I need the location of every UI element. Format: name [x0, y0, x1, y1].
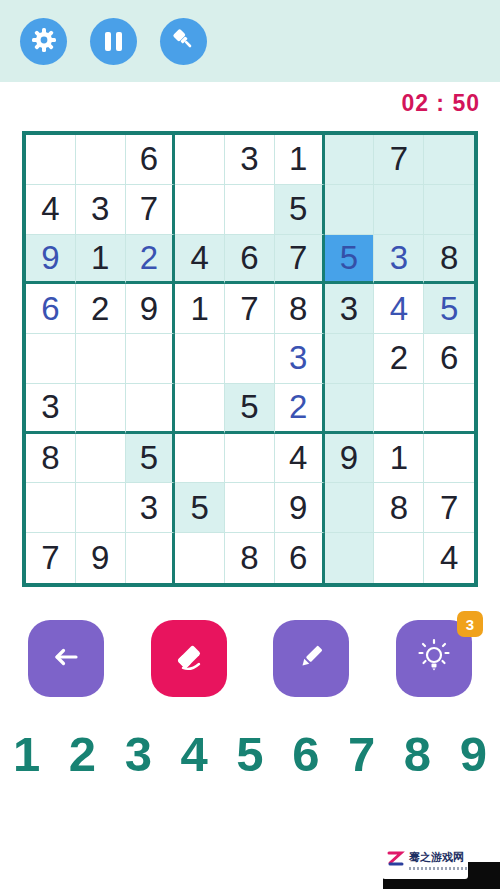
- cell-r3c2[interactable]: 1: [76, 235, 126, 285]
- sudoku-board: 6317437591246753862917834532635285491359…: [22, 131, 478, 587]
- cell-r2c5[interactable]: [225, 185, 275, 235]
- watermark-title: 骞之游戏网: [409, 851, 464, 864]
- hint-button[interactable]: 3: [396, 620, 472, 697]
- numpad-digit-4[interactable]: 4: [180, 725, 207, 784]
- cell-r9c6[interactable]: 6: [275, 533, 325, 583]
- cell-r9c9[interactable]: 4: [424, 533, 474, 583]
- cell-r4c3[interactable]: 9: [126, 284, 176, 334]
- cell-r7c5[interactable]: [225, 434, 275, 484]
- game-timer: 02 : 50: [401, 90, 480, 117]
- cell-r7c8[interactable]: 1: [374, 434, 424, 484]
- numpad-digit-1[interactable]: 1: [13, 725, 40, 784]
- cell-r5c6[interactable]: 3: [275, 334, 325, 384]
- pencil-button[interactable]: [273, 620, 349, 697]
- cell-r1c3[interactable]: 6: [126, 135, 176, 185]
- cell-r2c2[interactable]: 3: [76, 185, 126, 235]
- cell-r5c5[interactable]: [225, 334, 275, 384]
- gear-icon: [30, 26, 58, 57]
- cell-r4c8[interactable]: 4: [374, 284, 424, 334]
- cell-r7c9[interactable]: [424, 434, 474, 484]
- cell-r9c5[interactable]: 8: [225, 533, 275, 583]
- cell-r3c1[interactable]: 9: [26, 235, 76, 285]
- cell-r4c9[interactable]: 5: [424, 284, 474, 334]
- cell-r9c2[interactable]: 9: [76, 533, 126, 583]
- cell-r9c1[interactable]: 7: [26, 533, 76, 583]
- cell-r6c7[interactable]: [325, 384, 375, 434]
- cell-r5c2[interactable]: [76, 334, 126, 384]
- cell-r8c6[interactable]: 9: [275, 483, 325, 533]
- pencil-icon: [294, 640, 328, 677]
- cell-r1c7[interactable]: [325, 135, 375, 185]
- cell-r4c5[interactable]: 7: [225, 284, 275, 334]
- cell-r6c1[interactable]: 3: [26, 384, 76, 434]
- cell-r1c8[interactable]: 7: [374, 135, 424, 185]
- numpad-digit-9[interactable]: 9: [460, 725, 487, 784]
- pause-button[interactable]: [90, 18, 137, 65]
- erase-button[interactable]: [151, 620, 227, 697]
- paintbrush-icon: [170, 26, 197, 56]
- numpad-digit-2[interactable]: 2: [69, 725, 96, 784]
- lightbulb-icon: [415, 638, 453, 679]
- settings-button[interactable]: [20, 18, 67, 65]
- cell-r5c7[interactable]: [325, 334, 375, 384]
- pause-icon: [105, 32, 122, 51]
- cell-r5c1[interactable]: [26, 334, 76, 384]
- eraser-icon: [171, 639, 207, 678]
- cell-r2c1[interactable]: 4: [26, 185, 76, 235]
- cell-r3c8[interactable]: 3: [374, 235, 424, 285]
- cell-r5c4[interactable]: [175, 334, 225, 384]
- cell-r7c7[interactable]: 9: [325, 434, 375, 484]
- cell-r8c8[interactable]: 8: [374, 483, 424, 533]
- cell-r2c3[interactable]: 7: [126, 185, 176, 235]
- cell-r7c1[interactable]: 8: [26, 434, 76, 484]
- cell-r4c6[interactable]: 8: [275, 284, 325, 334]
- cell-r9c8[interactable]: [374, 533, 424, 583]
- cell-r4c2[interactable]: 2: [76, 284, 126, 334]
- cell-r1c4[interactable]: [175, 135, 225, 185]
- cell-r1c9[interactable]: [424, 135, 474, 185]
- cell-r4c7[interactable]: 3: [325, 284, 375, 334]
- cell-r8c1[interactable]: [26, 483, 76, 533]
- cell-r2c6[interactable]: 5: [275, 185, 325, 235]
- cell-r3c3[interactable]: 2: [126, 235, 176, 285]
- action-toolbar: 3: [0, 620, 500, 697]
- numpad-digit-3[interactable]: 3: [125, 725, 152, 784]
- cell-r5c9[interactable]: 6: [424, 334, 474, 384]
- undo-button[interactable]: [28, 620, 104, 697]
- watermark-subtext-line: [409, 867, 467, 870]
- numpad-digit-5[interactable]: 5: [236, 725, 263, 784]
- cell-r4c1[interactable]: 6: [26, 284, 76, 334]
- cell-r3c7[interactable]: 5: [325, 235, 375, 285]
- numpad-digit-7[interactable]: 7: [348, 725, 375, 784]
- cell-r4c4[interactable]: 1: [175, 284, 225, 334]
- watermark-logo-icon: [386, 849, 406, 873]
- cell-r3c6[interactable]: 7: [275, 235, 325, 285]
- numpad-digit-6[interactable]: 6: [292, 725, 319, 784]
- cell-r3c4[interactable]: 4: [175, 235, 225, 285]
- cell-r2c8[interactable]: [374, 185, 424, 235]
- cell-r6c4[interactable]: [175, 384, 225, 434]
- back-arrow-icon: [49, 640, 83, 677]
- cell-r9c7[interactable]: [325, 533, 375, 583]
- cell-r6c5[interactable]: 5: [225, 384, 275, 434]
- cell-r8c9[interactable]: 7: [424, 483, 474, 533]
- cell-r8c5[interactable]: [225, 483, 275, 533]
- cell-r2c7[interactable]: [325, 185, 375, 235]
- watermark-logo: 骞之游戏网: [382, 842, 468, 879]
- cell-r2c4[interactable]: [175, 185, 225, 235]
- cell-r1c2[interactable]: [76, 135, 126, 185]
- cell-r7c2[interactable]: [76, 434, 126, 484]
- cell-r9c4[interactable]: [175, 533, 225, 583]
- cell-r6c8[interactable]: [374, 384, 424, 434]
- cell-r9c3[interactable]: [126, 533, 176, 583]
- theme-button[interactable]: [160, 18, 207, 65]
- hint-count-badge: 3: [457, 611, 483, 637]
- cell-r3c9[interactable]: 8: [424, 235, 474, 285]
- cell-r7c4[interactable]: [175, 434, 225, 484]
- cell-r7c6[interactable]: 4: [275, 434, 325, 484]
- cell-r2c9[interactable]: [424, 185, 474, 235]
- cell-r8c3[interactable]: 3: [126, 483, 176, 533]
- numpad-digit-8[interactable]: 8: [404, 725, 431, 784]
- cell-r7c3[interactable]: 5: [126, 434, 176, 484]
- cell-r6c9[interactable]: [424, 384, 474, 434]
- cell-r5c8[interactable]: 2: [374, 334, 424, 384]
- cell-r6c6[interactable]: 2: [275, 384, 325, 434]
- cell-r5c3[interactable]: [126, 334, 176, 384]
- cell-r1c1[interactable]: [26, 135, 76, 185]
- cell-r8c2[interactable]: [76, 483, 126, 533]
- cell-r3c5[interactable]: 6: [225, 235, 275, 285]
- cell-r6c3[interactable]: [126, 384, 176, 434]
- numpad: 123456789: [0, 725, 500, 784]
- cell-r1c6[interactable]: 1: [275, 135, 325, 185]
- cell-r8c4[interactable]: 5: [175, 483, 225, 533]
- cell-r6c2[interactable]: [76, 384, 126, 434]
- cell-r1c5[interactable]: 3: [225, 135, 275, 185]
- cell-r8c7[interactable]: [325, 483, 375, 533]
- top-bar: [0, 0, 500, 82]
